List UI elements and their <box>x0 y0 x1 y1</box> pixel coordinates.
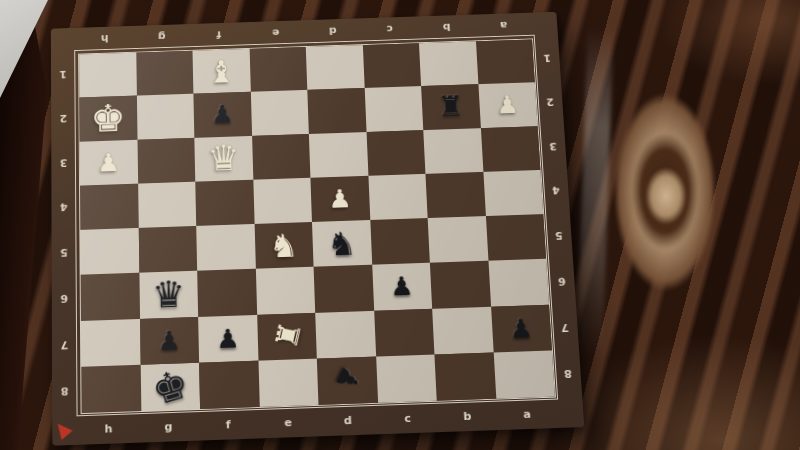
black-knight[interactable]: ♞ <box>327 227 358 260</box>
carpet-medallion-outer <box>596 58 734 326</box>
board-frame: ♝♚♟♜♟♟♛♟♞♞♛♟♟♟♜♟♚♟ <box>74 35 558 417</box>
board.files_top-f: f <box>190 24 248 46</box>
square-h7[interactable] <box>81 318 140 366</box>
white-pawn[interactable]: ♟ <box>328 186 352 212</box>
square-f6[interactable] <box>197 269 257 317</box>
chessboard-mat: hgfedcba hgfedcba 12345678 12345678 ♝♚♟♜… <box>51 12 584 446</box>
carpet-medallion-core <box>640 160 692 232</box>
square-f5[interactable] <box>196 224 255 271</box>
square-e7[interactable]: ♜ <box>257 312 317 360</box>
square-b6[interactable] <box>430 261 491 308</box>
square-a8[interactable] <box>493 350 555 398</box>
square-h4[interactable] <box>80 183 138 230</box>
square-g5[interactable] <box>138 226 197 273</box>
square-a7[interactable]: ♟ <box>491 304 552 352</box>
square-g6[interactable]: ♛ <box>139 271 198 319</box>
board.files_bottom-e: e <box>258 409 319 435</box>
square-c8[interactable] <box>376 354 437 403</box>
square-h3[interactable]: ♟ <box>80 139 138 185</box>
board.files_bottom-g: g <box>138 413 198 439</box>
square-g2[interactable] <box>136 94 194 139</box>
square-c7[interactable] <box>374 308 435 356</box>
square-d2[interactable] <box>307 88 366 133</box>
square-a2[interactable]: ♟ <box>478 82 538 127</box>
square-d5[interactable]: ♞ <box>312 220 372 267</box>
square-b3[interactable] <box>423 128 483 174</box>
square-c1[interactable] <box>362 43 421 88</box>
board.files_top-g: g <box>133 26 190 48</box>
square-d1[interactable] <box>306 45 364 90</box>
square-f7[interactable]: ♟ <box>198 314 258 362</box>
board.ranks_left-4: 4 <box>53 184 74 230</box>
board.ranks_right-2: 2 <box>539 79 562 124</box>
board.files_top-a: a <box>475 15 533 37</box>
square-d7[interactable] <box>315 310 375 358</box>
board.ranks_right-8: 8 <box>556 350 580 398</box>
square-f1[interactable]: ♝ <box>192 49 250 94</box>
square-a4[interactable] <box>483 170 543 216</box>
black-rook[interactable]: ♜ <box>437 92 465 121</box>
white-rook[interactable]: ♜ <box>271 319 306 351</box>
black-pawn[interactable]: ♟ <box>331 362 365 395</box>
square-a3[interactable] <box>480 126 540 172</box>
square-d8[interactable]: ♟ <box>317 356 378 405</box>
board.files_bottom-a: a <box>497 401 558 427</box>
square-d4[interactable]: ♟ <box>310 176 369 222</box>
white-pawn[interactable]: ♟ <box>496 92 520 117</box>
square-c6[interactable]: ♟ <box>372 263 432 310</box>
square-e3[interactable] <box>252 134 311 180</box>
board.ranks_right-6: 6 <box>550 258 574 305</box>
black-king[interactable]: ♚ <box>147 362 193 411</box>
square-h2[interactable]: ♚ <box>79 96 137 142</box>
board.ranks_left-5: 5 <box>54 229 75 275</box>
square-e2[interactable] <box>250 90 308 135</box>
board.ranks_right-7: 7 <box>553 303 577 350</box>
white-king[interactable]: ♚ <box>90 99 125 138</box>
board.files_bottom-b: b <box>437 403 498 429</box>
board.ranks_right-4: 4 <box>544 167 568 213</box>
square-f2[interactable]: ♟ <box>193 92 251 137</box>
square-e4[interactable] <box>253 178 312 224</box>
square-a1[interactable] <box>475 39 534 84</box>
board.files_bottom-d: d <box>318 407 379 433</box>
board.ranks_right-3: 3 <box>541 123 564 168</box>
board.ranks_left-2: 2 <box>53 96 74 141</box>
square-e6[interactable] <box>255 267 315 314</box>
board.files_top-b: b <box>418 16 476 38</box>
square-a6[interactable] <box>488 259 549 306</box>
square-e8[interactable] <box>258 358 318 407</box>
square-h6[interactable] <box>81 273 140 321</box>
square-e1[interactable] <box>249 47 307 92</box>
board.ranks_left-1: 1 <box>53 52 74 96</box>
square-g7[interactable]: ♟ <box>140 316 200 364</box>
white-queen[interactable]: ♛ <box>207 140 240 176</box>
square-e5[interactable]: ♞ <box>254 222 313 269</box>
square-h1[interactable] <box>79 53 136 98</box>
board.files_top-d: d <box>304 20 362 42</box>
board.files_bottom-f: f <box>198 411 258 437</box>
board.ranks_right-5: 5 <box>547 212 571 258</box>
board.files_top-c: c <box>361 18 419 40</box>
square-f3[interactable]: ♛ <box>194 135 253 181</box>
board.ranks_left-8: 8 <box>54 367 75 415</box>
board.files_top-h: h <box>76 28 133 50</box>
black-pawn[interactable]: ♟ <box>390 273 414 299</box>
board.files_top-e: e <box>247 22 305 44</box>
black-pawn[interactable]: ♟ <box>216 325 240 352</box>
square-f4[interactable] <box>195 179 254 225</box>
white-knight[interactable]: ♞ <box>269 229 299 262</box>
square-g8[interactable]: ♚ <box>140 362 200 411</box>
square-g1[interactable] <box>136 51 194 96</box>
black-queen[interactable]: ♛ <box>152 276 186 314</box>
black-pawn[interactable]: ♟ <box>211 102 234 127</box>
board.ranks_left-6: 6 <box>54 275 75 322</box>
carpet-gray-streak <box>576 28 614 359</box>
chessboard-grid: ♝♚♟♜♟♟♛♟♞♞♛♟♟♟♜♟♚♟ <box>78 38 556 414</box>
board.files_bottom-c: c <box>377 405 438 431</box>
square-c4[interactable] <box>368 174 428 220</box>
carpet-medallion-inner <box>622 116 708 266</box>
square-d6[interactable] <box>314 265 374 312</box>
square-g3[interactable] <box>137 137 195 183</box>
black-pawn[interactable]: ♟ <box>157 327 181 354</box>
photo-scene: { "game": "chess", "scene_description": … <box>0 0 800 450</box>
square-h8[interactable] <box>81 364 141 413</box>
square-b8[interactable] <box>434 352 495 400</box>
board.ranks_left-3: 3 <box>53 140 74 185</box>
square-f8[interactable] <box>199 360 259 409</box>
rank-labels-left: 12345678 <box>53 52 76 415</box>
board.ranks_right-1: 1 <box>536 36 559 80</box>
square-d3[interactable] <box>309 132 368 178</box>
square-c3[interactable] <box>366 130 425 176</box>
square-a5[interactable] <box>485 214 546 261</box>
square-b1[interactable] <box>419 41 478 86</box>
board.files_bottom-h: h <box>79 415 139 441</box>
square-h5[interactable] <box>80 228 139 275</box>
square-c5[interactable] <box>370 218 430 265</box>
board.ranks_left-7: 7 <box>54 321 75 368</box>
square-g4[interactable] <box>138 181 197 227</box>
square-b2[interactable]: ♜ <box>421 84 480 129</box>
square-b4[interactable] <box>425 172 485 218</box>
square-b7[interactable] <box>432 306 493 354</box>
board-logo-arrow <box>52 419 73 440</box>
black-pawn[interactable]: ♟ <box>509 315 534 342</box>
square-b5[interactable] <box>428 216 488 263</box>
square-c2[interactable] <box>364 86 423 131</box>
white-bishop[interactable]: ♝ <box>207 55 236 87</box>
white-pawn[interactable]: ♟ <box>97 150 120 176</box>
